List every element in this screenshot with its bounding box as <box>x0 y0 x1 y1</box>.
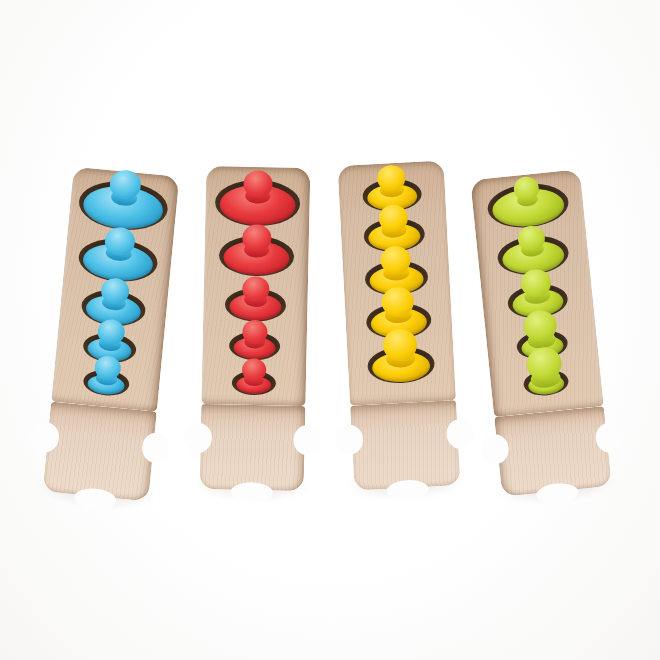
front-notch-left <box>30 421 61 454</box>
cylinder-block-blue <box>43 167 180 502</box>
cylinder-block-green <box>470 169 612 496</box>
block-top-face <box>51 167 179 412</box>
front-notch-bottom <box>535 482 579 506</box>
block-front-face <box>494 406 612 497</box>
front-notch-left <box>334 424 364 455</box>
block-top-face <box>201 166 310 406</box>
block-front-face <box>43 402 157 502</box>
front-notch-right <box>293 425 322 456</box>
front-notch-right <box>446 418 476 449</box>
front-notch-right <box>141 432 172 465</box>
cylinder-block-red <box>200 166 311 491</box>
block-front-face <box>350 400 460 490</box>
front-notch-bottom <box>230 482 272 503</box>
block-front-face <box>200 404 306 491</box>
front-notch-left <box>479 433 510 466</box>
block-top-face <box>470 169 603 417</box>
product-photo-stage <box>0 0 660 660</box>
cylinder-block-yellow <box>338 160 461 490</box>
front-notch-right <box>594 421 625 454</box>
front-notch-left <box>184 423 213 454</box>
block-top-face <box>338 160 456 405</box>
